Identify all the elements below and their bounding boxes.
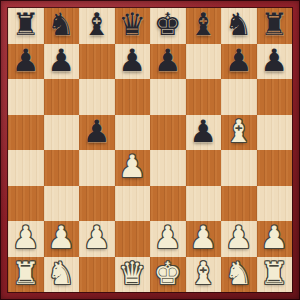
square-c8[interactable]: ♝ [79,8,115,44]
square-f6[interactable] [186,79,222,115]
black-pawn-g7[interactable]: ♟ [225,45,253,76]
square-e5[interactable] [150,115,186,151]
black-queen-d8[interactable]: ♛ [118,9,146,40]
square-b1[interactable]: ♞ [44,257,80,293]
white-pawn-h2[interactable]: ♟ [260,222,288,253]
square-g2[interactable]: ♟ [221,221,257,257]
square-a6[interactable] [8,79,44,115]
black-pawn-e7[interactable]: ♟ [154,45,182,76]
square-f5[interactable]: ♟ [186,115,222,151]
white-pawn-b2[interactable]: ♟ [47,222,75,253]
square-a7[interactable]: ♟ [8,44,44,80]
square-d2[interactable] [115,221,151,257]
square-a2[interactable]: ♟ [8,221,44,257]
square-h7[interactable]: ♟ [257,44,293,80]
square-g7[interactable]: ♟ [221,44,257,80]
square-f2[interactable]: ♟ [186,221,222,257]
white-pawn-e2[interactable]: ♟ [154,222,182,253]
square-e8[interactable]: ♚ [150,8,186,44]
square-g8[interactable]: ♞ [221,8,257,44]
square-c4[interactable] [79,150,115,186]
chess-board: ♜♞♝♛♚♝♞♜♟♟♟♟♟♟♟♟♝♟♟♟♟♟♟♟♟♜♞♛♚♝♞♜ [8,8,292,292]
square-a5[interactable] [8,115,44,151]
square-h5[interactable] [257,115,293,151]
square-d8[interactable]: ♛ [115,8,151,44]
square-f3[interactable] [186,186,222,222]
white-knight-g1[interactable]: ♞ [225,258,253,289]
black-knight-g8[interactable]: ♞ [225,9,253,40]
square-h1[interactable]: ♜ [257,257,293,293]
square-h2[interactable]: ♟ [257,221,293,257]
square-d6[interactable] [115,79,151,115]
square-b5[interactable] [44,115,80,151]
square-g3[interactable] [221,186,257,222]
square-f1[interactable]: ♝ [186,257,222,293]
black-rook-h8[interactable]: ♜ [260,9,288,40]
square-e1[interactable]: ♚ [150,257,186,293]
black-pawn-a7[interactable]: ♟ [12,45,40,76]
square-h3[interactable] [257,186,293,222]
square-b6[interactable] [44,79,80,115]
square-d5[interactable] [115,115,151,151]
square-d4[interactable]: ♟ [115,150,151,186]
square-b4[interactable] [44,150,80,186]
square-h6[interactable] [257,79,293,115]
square-g4[interactable] [221,150,257,186]
square-d7[interactable]: ♟ [115,44,151,80]
white-bishop-f1[interactable]: ♝ [189,258,217,289]
square-f8[interactable]: ♝ [186,8,222,44]
square-g1[interactable]: ♞ [221,257,257,293]
square-a1[interactable]: ♜ [8,257,44,293]
square-h8[interactable]: ♜ [257,8,293,44]
square-e7[interactable]: ♟ [150,44,186,80]
square-e6[interactable] [150,79,186,115]
square-c5[interactable]: ♟ [79,115,115,151]
square-a8[interactable]: ♜ [8,8,44,44]
black-pawn-c5[interactable]: ♟ [83,116,111,147]
white-knight-b1[interactable]: ♞ [47,258,75,289]
black-pawn-d7[interactable]: ♟ [118,45,146,76]
black-rook-a8[interactable]: ♜ [12,9,40,40]
black-bishop-f8[interactable]: ♝ [189,9,217,40]
square-h4[interactable] [257,150,293,186]
square-f4[interactable] [186,150,222,186]
white-pawn-f2[interactable]: ♟ [189,222,217,253]
square-e4[interactable] [150,150,186,186]
board-frame: ♜♞♝♛♚♝♞♜♟♟♟♟♟♟♟♟♝♟♟♟♟♟♟♟♟♜♞♛♚♝♞♜ [0,0,300,300]
square-d1[interactable]: ♛ [115,257,151,293]
square-a4[interactable] [8,150,44,186]
square-c1[interactable] [79,257,115,293]
white-bishop-g5[interactable]: ♝ [225,116,253,147]
square-b2[interactable]: ♟ [44,221,80,257]
black-pawn-h7[interactable]: ♟ [260,45,288,76]
black-knight-b8[interactable]: ♞ [47,9,75,40]
square-g5[interactable]: ♝ [221,115,257,151]
white-queen-d1[interactable]: ♛ [118,258,146,289]
white-pawn-a2[interactable]: ♟ [12,222,40,253]
square-d3[interactable] [115,186,151,222]
square-g6[interactable] [221,79,257,115]
square-e3[interactable] [150,186,186,222]
white-rook-h1[interactable]: ♜ [260,258,288,289]
square-c6[interactable] [79,79,115,115]
square-f7[interactable] [186,44,222,80]
white-pawn-g2[interactable]: ♟ [225,222,253,253]
white-king-e1[interactable]: ♚ [154,258,182,289]
square-c7[interactable] [79,44,115,80]
white-pawn-d4[interactable]: ♟ [118,151,146,182]
square-e2[interactable]: ♟ [150,221,186,257]
black-king-e8[interactable]: ♚ [154,9,182,40]
square-b3[interactable] [44,186,80,222]
square-c3[interactable] [79,186,115,222]
square-b8[interactable]: ♞ [44,8,80,44]
white-rook-a1[interactable]: ♜ [12,258,40,289]
square-a3[interactable] [8,186,44,222]
white-pawn-c2[interactable]: ♟ [83,222,111,253]
black-pawn-b7[interactable]: ♟ [47,45,75,76]
square-b7[interactable]: ♟ [44,44,80,80]
black-pawn-f5[interactable]: ♟ [189,116,217,147]
square-c2[interactable]: ♟ [79,221,115,257]
black-bishop-c8[interactable]: ♝ [83,9,111,40]
